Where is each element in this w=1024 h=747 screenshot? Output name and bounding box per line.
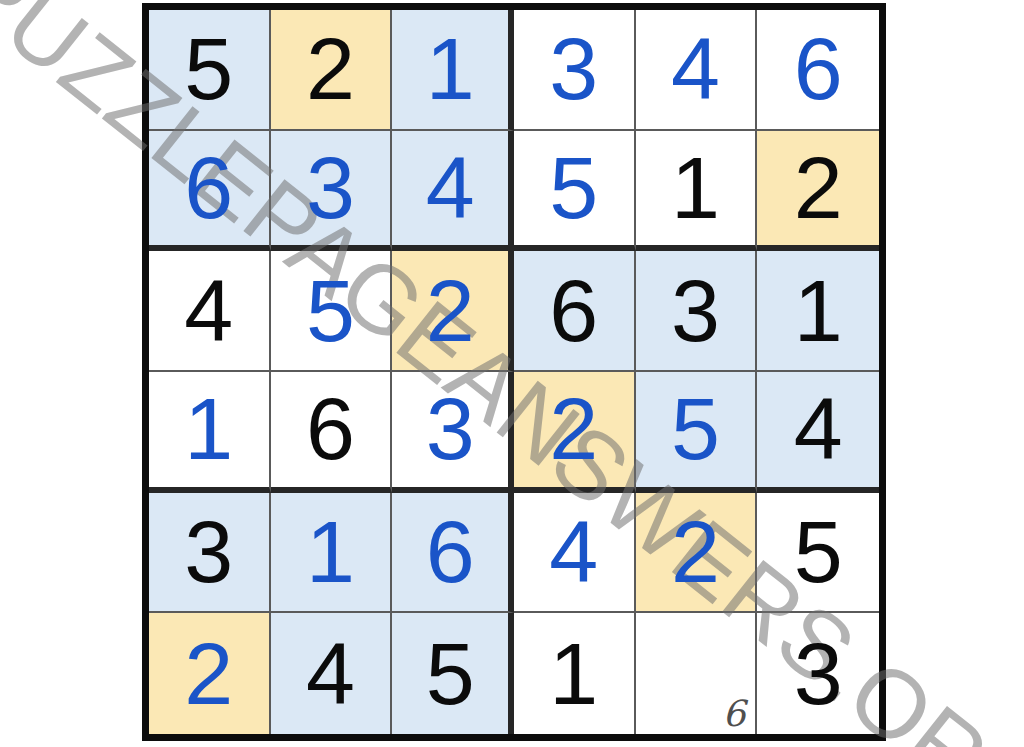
cell-digit: 1 [671,144,720,232]
sudoku-board: 521346634512452631163254316425245163 [142,3,886,741]
cell-r2c2: 3 [271,131,393,252]
cell-digit: 2 [671,508,720,596]
cell-digit: 2 [549,385,598,473]
cell-r6c2: 4 [271,613,393,734]
cell-r2c6: 2 [757,131,879,252]
cell-digit: 2 [184,630,233,718]
cell-r1c6: 6 [757,10,879,131]
cell-digit: 3 [306,144,355,232]
cell-digit: 5 [306,267,355,355]
cell-digit: 6 [184,144,233,232]
cell-r4c1: 1 [149,372,271,493]
cell-digit: 1 [426,25,475,113]
cell-r3c3: 2 [392,251,514,372]
cell-digit: 5 [794,508,843,596]
cell-digit: 4 [306,630,355,718]
cell-r3c2: 5 [271,251,393,372]
cell-r5c5: 2 [636,493,758,614]
cell-r5c1: 3 [149,493,271,614]
cell-r6c3: 5 [392,613,514,734]
cell-r6c5: 6 [636,613,758,734]
cell-digit: 3 [549,25,598,113]
cell-r1c2: 2 [271,10,393,131]
cell-r4c2: 6 [271,372,393,493]
cell-r3c6: 1 [757,251,879,372]
cell-r6c6: 3 [757,613,879,734]
cell-r3c4: 6 [514,251,636,372]
cell-digit: 5 [549,144,598,232]
cell-digit: 4 [184,267,233,355]
cell-digit: 6 [306,385,355,473]
cell-digit: 5 [426,630,475,718]
cell-r3c5: 3 [636,251,758,372]
cell-r3c1: 4 [149,251,271,372]
cell-digit: 3 [426,385,475,473]
cell-r5c6: 5 [757,493,879,614]
cell-digit: 4 [426,144,475,232]
cell-digit: 2 [306,25,355,113]
cell-digit: 3 [794,630,843,718]
cell-digit: 4 [671,25,720,113]
cell-r4c3: 3 [392,372,514,493]
cell-digit: 5 [671,385,720,473]
cell-digit: 1 [306,508,355,596]
cell-r5c2: 1 [271,493,393,614]
cell-digit: 3 [671,267,720,355]
cell-r6c1: 2 [149,613,271,734]
cell-r1c5: 4 [636,10,758,131]
cell-digit: 6 [794,25,843,113]
cell-r4c6: 4 [757,372,879,493]
cell-digit: 2 [426,267,475,355]
cell-r4c5: 5 [636,372,758,493]
cell-digit: 4 [794,385,843,473]
cell-r6c4: 1 [514,613,636,734]
cell-digit: 1 [184,385,233,473]
cell-r2c5: 1 [636,131,758,252]
page: { "game": "sudoku-6x6", "grid_size": "6x… [0,0,1024,747]
cell-r2c3: 4 [392,131,514,252]
cell-digit: 4 [549,508,598,596]
cell-r4c4: 2 [514,372,636,493]
cell-r5c3: 6 [392,493,514,614]
cell-r1c3: 1 [392,10,514,131]
cell-r2c1: 6 [149,131,271,252]
cell-digit: 3 [184,508,233,596]
cell-r5c4: 4 [514,493,636,614]
cell-digit: 5 [184,25,233,113]
cell-digit: 6 [426,508,475,596]
cell-digit: 2 [794,144,843,232]
cell-digit: 6 [549,267,598,355]
cell-r1c1: 5 [149,10,271,131]
cell-r1c4: 3 [514,10,636,131]
cell-r2c4: 5 [514,131,636,252]
pencil-mark: 6 [722,696,745,732]
cell-digit: 1 [549,630,598,718]
cell-digit: 1 [794,267,843,355]
